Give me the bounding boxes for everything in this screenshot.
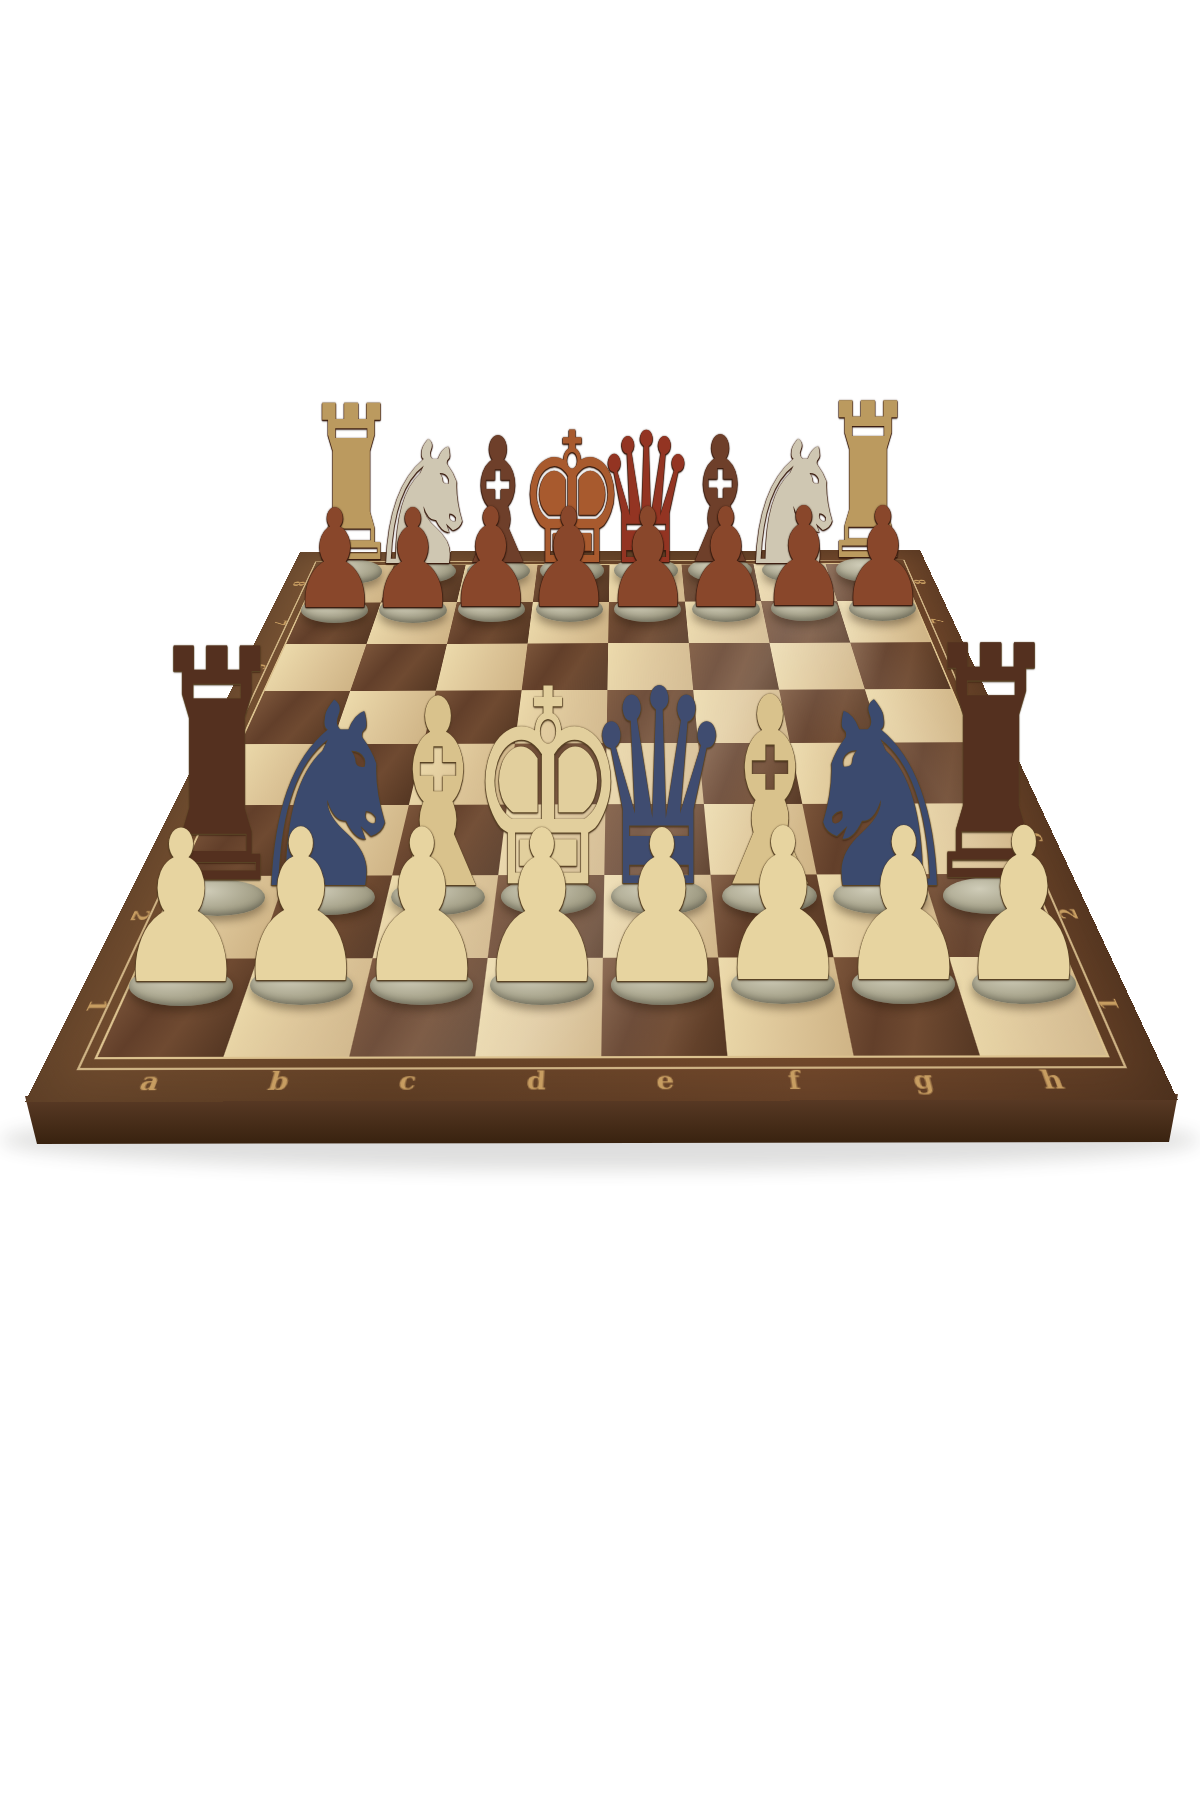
rank-label-right-8: 8 <box>881 575 961 588</box>
square-b7 <box>367 602 457 644</box>
rank-label-right-6: 6 <box>913 657 1003 673</box>
square-e1 <box>601 958 727 1057</box>
square-c4 <box>409 744 515 805</box>
square-e8 <box>609 564 685 601</box>
file-label-b: b <box>209 1064 347 1098</box>
file-label-d: d <box>470 1064 601 1098</box>
square-f2 <box>710 874 833 957</box>
square-g5 <box>779 689 882 742</box>
square-d8 <box>533 565 610 602</box>
square-d3 <box>498 804 605 875</box>
rank-label-right-5: 5 <box>932 706 1029 724</box>
square-d7 <box>528 602 609 644</box>
chess-set-product-photo: { "game": "chess", "scene": { "type": "p… <box>0 0 1200 1800</box>
square-f3 <box>704 804 817 875</box>
rank-label-left-6: 6 <box>213 659 304 675</box>
square-c5 <box>423 690 521 743</box>
file-label-g: g <box>855 1063 993 1097</box>
file-label-c: c <box>340 1064 475 1098</box>
file-label-a: a <box>79 1064 221 1098</box>
square-b6 <box>350 644 447 691</box>
rank-label-right-1: 1 <box>1042 987 1178 1021</box>
square-b8 <box>381 565 466 602</box>
rank-label-right-3: 3 <box>978 825 1091 849</box>
square-f1 <box>718 957 853 1056</box>
rank-label-right-4: 4 <box>953 761 1057 782</box>
square-c2 <box>373 875 499 958</box>
square-c7 <box>447 602 533 644</box>
rank-label-left-5: 5 <box>186 708 283 726</box>
square-e6 <box>607 643 693 690</box>
square-b4 <box>311 744 424 805</box>
rank-label-left-1: 1 <box>28 989 164 1023</box>
square-f5 <box>693 690 790 743</box>
square-e2 <box>603 875 718 958</box>
rank-label-left-3: 3 <box>119 827 232 851</box>
square-d6 <box>522 643 609 690</box>
square-e5 <box>607 690 699 743</box>
file-label-e: e <box>601 1063 732 1097</box>
square-c1 <box>349 958 487 1057</box>
rank-label-right-2: 2 <box>1008 900 1131 928</box>
rank-label-left-8: 8 <box>259 577 339 590</box>
square-g7 <box>761 601 850 643</box>
rank-label-right-7: 7 <box>896 614 981 628</box>
square-e7 <box>608 602 689 644</box>
square-e4 <box>605 743 703 804</box>
rank-label-left-2: 2 <box>77 902 201 930</box>
square-b5 <box>332 691 436 744</box>
square-c3 <box>392 805 507 876</box>
rank-label-left-7: 7 <box>237 616 322 630</box>
square-d2 <box>488 875 605 958</box>
square-d5 <box>515 690 607 743</box>
square-f4 <box>698 743 802 804</box>
square-c8 <box>457 565 538 602</box>
square-d4 <box>507 743 606 804</box>
rank-label-left-4: 4 <box>155 763 260 784</box>
square-g6 <box>769 643 864 690</box>
square-f7 <box>685 601 770 643</box>
square-f8 <box>681 564 761 601</box>
file-label-f: f <box>728 1063 862 1097</box>
square-c6 <box>436 644 528 691</box>
square-f6 <box>689 643 779 690</box>
square-d1 <box>475 958 603 1057</box>
square-g8 <box>753 564 837 601</box>
square-e3 <box>604 804 710 875</box>
file-label-h: h <box>982 1063 1124 1097</box>
